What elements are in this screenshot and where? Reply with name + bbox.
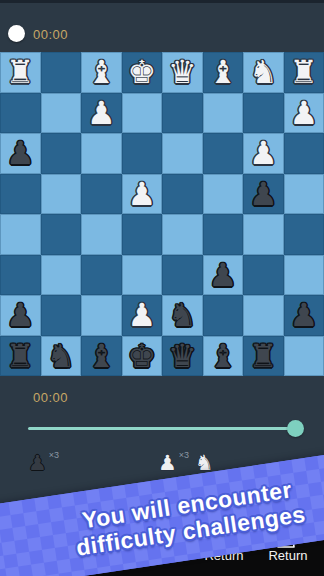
square-b7[interactable] — [243, 295, 284, 336]
square-h4[interactable] — [0, 174, 41, 215]
square-f6[interactable] — [81, 255, 122, 296]
slider-track[interactable] — [28, 427, 300, 430]
square-b8[interactable]: ♜ — [243, 336, 284, 377]
white-pawn: ♟ — [122, 295, 163, 336]
black-bishop: ♝ — [81, 336, 122, 377]
square-h5[interactable] — [0, 214, 41, 255]
square-b5[interactable] — [243, 214, 284, 255]
square-d1[interactable]: ♛ — [162, 52, 203, 93]
return-button-4[interactable]: Return — [266, 548, 310, 563]
white-pawn: ♟ — [81, 93, 122, 134]
black-pawn: ♟ — [284, 295, 324, 336]
square-f2[interactable]: ♟ — [81, 93, 122, 134]
square-c3[interactable] — [203, 133, 244, 174]
square-h7[interactable]: ♟ — [0, 295, 41, 336]
square-b3[interactable]: ♟ — [243, 133, 284, 174]
square-b6[interactable] — [243, 255, 284, 296]
square-d8[interactable]: ♛ — [162, 336, 203, 377]
opponent-timer: 00:00 — [33, 27, 68, 42]
square-f1[interactable]: ♝ — [81, 52, 122, 93]
square-c8[interactable]: ♝ — [203, 336, 244, 377]
square-h2[interactable] — [0, 93, 41, 134]
black-knight: ♞ — [41, 336, 82, 377]
square-b1[interactable]: ♞ — [243, 52, 284, 93]
square-a1[interactable]: ♜ — [284, 52, 324, 93]
square-b4[interactable]: ♟ — [243, 174, 284, 215]
captured-black-pawn-icon: ♟ — [28, 451, 47, 475]
black-bishop: ♝ — [203, 336, 244, 377]
square-g3[interactable] — [41, 133, 82, 174]
square-e8[interactable]: ♚ — [122, 336, 163, 377]
square-e5[interactable] — [122, 214, 163, 255]
captured-white-pawn-count: ×3 — [179, 450, 189, 460]
square-c2[interactable] — [203, 93, 244, 134]
square-g7[interactable] — [41, 295, 82, 336]
white-king: ♚ — [122, 52, 163, 93]
white-queen: ♛ — [162, 52, 203, 93]
square-a7[interactable]: ♟ — [284, 295, 324, 336]
chess-board[interactable]: ♜♝♚♛♝♞♜♟♟♟♟♟♟♟♟♟♞♟♜♞♝♚♛♝♜ — [0, 52, 324, 376]
white-turn-indicator-dot — [8, 25, 25, 42]
difficulty-slider[interactable] — [0, 412, 324, 444]
white-bishop: ♝ — [81, 52, 122, 93]
square-e1[interactable]: ♚ — [122, 52, 163, 93]
square-e2[interactable] — [122, 93, 163, 134]
white-rook: ♜ — [284, 52, 324, 93]
square-d3[interactable] — [162, 133, 203, 174]
square-c5[interactable] — [203, 214, 244, 255]
square-c4[interactable] — [203, 174, 244, 215]
square-c7[interactable] — [203, 295, 244, 336]
square-f4[interactable] — [81, 174, 122, 215]
player-timer: 00:00 — [33, 390, 68, 405]
white-pawn: ♟ — [122, 174, 163, 215]
square-g4[interactable] — [41, 174, 82, 215]
black-pawn: ♟ — [203, 255, 244, 296]
white-rook: ♜ — [0, 52, 41, 93]
square-d7[interactable]: ♞ — [162, 295, 203, 336]
square-c1[interactable]: ♝ — [203, 52, 244, 93]
square-g5[interactable] — [41, 214, 82, 255]
square-c6[interactable]: ♟ — [203, 255, 244, 296]
black-rook: ♜ — [0, 336, 41, 377]
square-e3[interactable] — [122, 133, 163, 174]
captured-black-pawn-count: ×3 — [49, 450, 59, 460]
square-e6[interactable] — [122, 255, 163, 296]
white-pawn: ♟ — [243, 133, 284, 174]
square-f7[interactable] — [81, 295, 122, 336]
square-f3[interactable] — [81, 133, 122, 174]
black-pawn: ♟ — [0, 295, 41, 336]
square-d4[interactable] — [162, 174, 203, 215]
black-rook: ♜ — [243, 336, 284, 377]
white-pawn: ♟ — [284, 93, 324, 134]
square-a4[interactable] — [284, 174, 324, 215]
square-d5[interactable] — [162, 214, 203, 255]
square-g6[interactable] — [41, 255, 82, 296]
square-f5[interactable] — [81, 214, 122, 255]
white-knight: ♞ — [243, 52, 284, 93]
square-d2[interactable] — [162, 93, 203, 134]
square-h8[interactable]: ♜ — [0, 336, 41, 377]
square-h6[interactable] — [0, 255, 41, 296]
opponent-panel: 00:00 — [0, 3, 324, 52]
square-g8[interactable]: ♞ — [41, 336, 82, 377]
square-a5[interactable] — [284, 214, 324, 255]
square-a8[interactable] — [284, 336, 324, 377]
square-e4[interactable]: ♟ — [122, 174, 163, 215]
black-queen: ♛ — [162, 336, 203, 377]
slider-knob[interactable] — [287, 420, 304, 437]
square-a3[interactable] — [284, 133, 324, 174]
black-king: ♚ — [122, 336, 163, 377]
black-pawn: ♟ — [0, 133, 41, 174]
square-e7[interactable]: ♟ — [122, 295, 163, 336]
captured-by-white-tray: ♟×3 — [28, 448, 59, 480]
square-g2[interactable] — [41, 93, 82, 134]
black-pawn: ♟ — [243, 174, 284, 215]
white-bishop: ♝ — [203, 52, 244, 93]
square-h1[interactable]: ♜ — [0, 52, 41, 93]
square-a2[interactable]: ♟ — [284, 93, 324, 134]
square-b2[interactable] — [243, 93, 284, 134]
square-f8[interactable]: ♝ — [81, 336, 122, 377]
captured-white-pawn-icon: ♟ — [158, 451, 177, 475]
square-d6[interactable] — [162, 255, 203, 296]
chess-app-screen: 00:00 ♜♝♚♛♝♞♜♟♟♟♟♟♟♟♟♟♞♟♜♞♝♚♛♝♜ 00:00 ♟×… — [0, 0, 324, 576]
square-a6[interactable] — [284, 255, 324, 296]
black-knight: ♞ — [162, 295, 203, 336]
square-h3[interactable]: ♟ — [0, 133, 41, 174]
square-g1[interactable] — [41, 52, 82, 93]
